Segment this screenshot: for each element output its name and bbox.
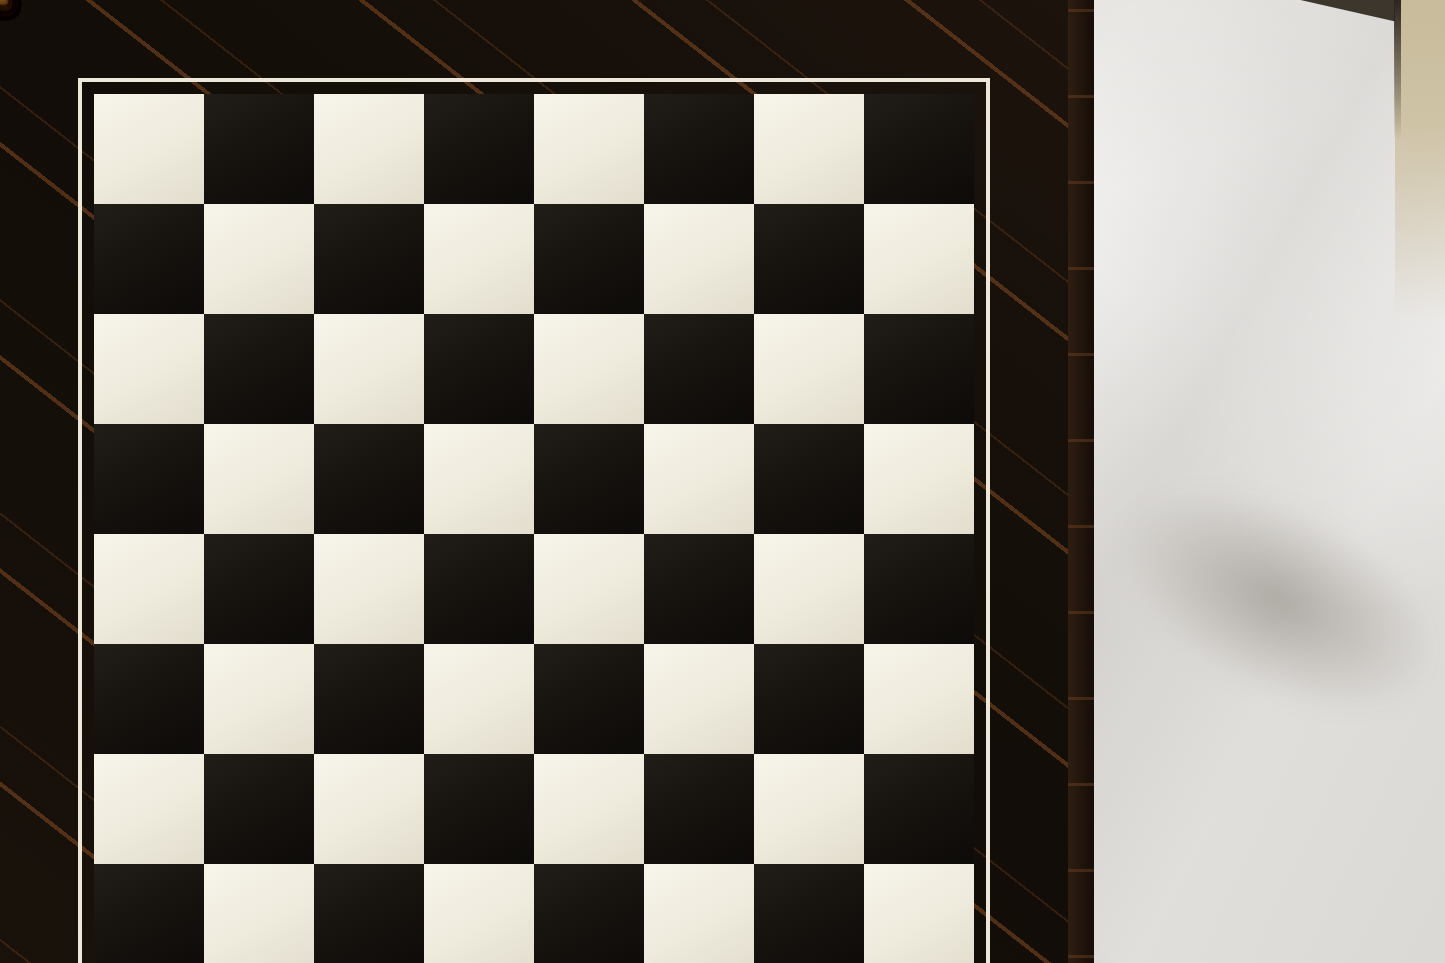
- square-c6: [314, 314, 424, 424]
- square-a7: [94, 204, 204, 314]
- square-d4: [424, 534, 534, 644]
- square-g3: [754, 644, 864, 754]
- background-right-edge-line: [1394, 0, 1401, 140]
- square-f3: [644, 644, 754, 754]
- square-b6: [204, 314, 314, 424]
- square-c5: [314, 424, 424, 534]
- square-g2: [754, 754, 864, 864]
- square-f2: [644, 754, 754, 864]
- square-e3: [534, 644, 644, 754]
- square-h1: [864, 864, 974, 963]
- square-a3: [94, 644, 204, 754]
- board-squares: [94, 94, 974, 963]
- background-right-edge: [1395, 0, 1445, 350]
- square-g7: [754, 204, 864, 314]
- board-side-edge: [1068, 0, 1094, 963]
- square-g1: [754, 864, 864, 963]
- square-c1: [314, 864, 424, 963]
- square-h6: [864, 314, 974, 424]
- square-b7: [204, 204, 314, 314]
- square-d2: [424, 754, 534, 864]
- square-g5: [754, 424, 864, 534]
- square-f4: [644, 534, 754, 644]
- square-f8: [644, 94, 754, 204]
- square-c8: [314, 94, 424, 204]
- square-c3: [314, 644, 424, 754]
- square-a8: [94, 94, 204, 204]
- square-h8: [864, 94, 974, 204]
- square-b5: [204, 424, 314, 534]
- square-d5: [424, 424, 534, 534]
- square-h4: [864, 534, 974, 644]
- square-e2: [534, 754, 644, 864]
- square-e4: [534, 534, 644, 644]
- square-d3: [424, 644, 534, 754]
- square-h7: [864, 204, 974, 314]
- square-e8: [534, 94, 644, 204]
- square-e1: [534, 864, 644, 963]
- square-f5: [644, 424, 754, 534]
- chess-board: [0, 0, 1068, 963]
- square-c4: [314, 534, 424, 644]
- square-b8: [204, 94, 314, 204]
- square-a4: [94, 534, 204, 644]
- square-e7: [534, 204, 644, 314]
- square-a1: [94, 864, 204, 963]
- square-g8: [754, 94, 864, 204]
- square-d6: [424, 314, 534, 424]
- square-g4: [754, 534, 864, 644]
- square-d7: [424, 204, 534, 314]
- square-b1: [204, 864, 314, 963]
- square-b3: [204, 644, 314, 754]
- square-f6: [644, 314, 754, 424]
- square-b4: [204, 534, 314, 644]
- square-e6: [534, 314, 644, 424]
- square-c7: [314, 204, 424, 314]
- square-a2: [94, 754, 204, 864]
- square-d1: [424, 864, 534, 963]
- square-d8: [424, 94, 534, 204]
- square-b2: [204, 754, 314, 864]
- square-h5: [864, 424, 974, 534]
- square-e5: [534, 424, 644, 534]
- square-c2: [314, 754, 424, 864]
- square-g6: [754, 314, 864, 424]
- square-a5: [94, 424, 204, 534]
- square-f7: [644, 204, 754, 314]
- chess-set-photo: ♜♞♝♛♚♝♞♜♟♟♟♟♟♟♟♟♟♟♟♟♟♟♟♟♜♞♝♛♚♝♞♜: [0, 0, 1445, 963]
- square-a6: [94, 314, 204, 424]
- square-f1: [644, 864, 754, 963]
- square-h2: [864, 754, 974, 864]
- square-h3: [864, 644, 974, 754]
